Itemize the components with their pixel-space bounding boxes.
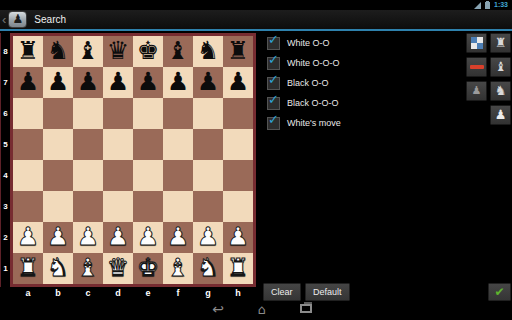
black-pawn-b7: ♟ [43, 67, 73, 98]
checkbox-white-o-o-o[interactable]: ✓ [267, 57, 280, 70]
palette-right: ♜♝♞♟ [490, 33, 511, 125]
knight-piece-icon: ♞ [495, 82, 507, 100]
knight-piece-button[interactable]: ♞ [490, 81, 511, 101]
actionbar-underline [0, 29, 512, 31]
square-c2[interactable]: ♟ [73, 222, 103, 253]
black-king-e8: ♚ [133, 36, 163, 67]
black-queen-d8: ♛ [103, 36, 133, 67]
black-knight-g8: ♞ [193, 36, 223, 67]
square-h2[interactable]: ♟ [223, 222, 253, 253]
action-bar: ‹ ♟ Search [0, 10, 512, 29]
square-c1[interactable]: ♝ [73, 253, 103, 284]
square-e5[interactable] [133, 129, 163, 160]
square-c8[interactable]: ♝ [73, 36, 103, 67]
rank-label-5: 5 [1, 129, 10, 160]
square-d6[interactable] [103, 98, 133, 129]
rank-label-3: 3 [1, 191, 10, 222]
bishop-piece-button[interactable]: ♝ [490, 57, 511, 77]
checkered-board-button[interactable] [466, 33, 487, 53]
black-pawn-h7: ♟ [223, 67, 253, 98]
square-d4[interactable] [103, 160, 133, 191]
square-e7[interactable]: ♟ [133, 67, 163, 98]
file-label-e: e [133, 287, 163, 299]
option-white-o-o-o[interactable]: ✓White O-O-O [267, 53, 341, 73]
square-d3[interactable] [103, 191, 133, 222]
square-h4[interactable] [223, 160, 253, 191]
pawn-piece-button[interactable]: ♟ [490, 105, 511, 125]
white-rook-a1: ♜ [13, 253, 43, 284]
square-h3[interactable] [223, 191, 253, 222]
signal-icon [474, 2, 481, 9]
checkbox-white-o-o[interactable]: ✓ [267, 37, 280, 50]
square-f8[interactable]: ♝ [163, 36, 193, 67]
black-pawn-d7: ♟ [103, 67, 133, 98]
file-label-g: g [193, 287, 223, 299]
square-g2[interactable]: ♟ [193, 222, 223, 253]
square-h6[interactable] [223, 98, 253, 129]
square-a2[interactable]: ♟ [13, 222, 43, 253]
option-label-black-o-o: Black O-O [287, 78, 329, 88]
nav-home-icon[interactable]: ⌂ [252, 302, 272, 317]
pawn-piece-icon: ♟ [495, 106, 507, 124]
square-b5[interactable] [43, 129, 73, 160]
red-bar-icon [470, 65, 484, 69]
checkbox-white-s-move[interactable]: ✓ [267, 117, 280, 130]
black-rook-a8: ♜ [13, 36, 43, 67]
page-title: Search [34, 14, 66, 25]
green-check-icon: ✔ [494, 285, 504, 299]
checkbox-black-o-o[interactable]: ✓ [267, 77, 280, 90]
option-label-white-o-o-o: White O-O-O [287, 58, 340, 68]
checkered-board-icon [471, 37, 483, 49]
square-d1[interactable]: ♛ [103, 253, 133, 284]
white-pawn-f2: ♟ [163, 222, 193, 253]
file-label-b: b [43, 287, 73, 299]
square-a5[interactable] [13, 129, 43, 160]
white-bishop-f1: ♝ [163, 253, 193, 284]
square-h5[interactable] [223, 129, 253, 160]
square-d2[interactable]: ♟ [103, 222, 133, 253]
bishop-piece-icon: ♝ [495, 58, 507, 76]
square-e3[interactable] [133, 191, 163, 222]
gray-piece-button[interactable]: ♟ [466, 81, 487, 101]
square-h1[interactable]: ♜ [223, 253, 253, 284]
square-d5[interactable] [103, 129, 133, 160]
square-b2[interactable]: ♟ [43, 222, 73, 253]
rank-label-2: 2 [1, 222, 10, 253]
white-knight-b1: ♞ [43, 253, 73, 284]
rank-label-8: 8 [1, 36, 10, 67]
checkbox-black-o-o-o[interactable]: ✓ [267, 97, 280, 110]
option-label-white-o-o: White O-O [287, 38, 330, 48]
options-list: ✓White O-O✓White O-O-O✓Black O-O✓Black O… [267, 33, 341, 133]
back-chevron-icon[interactable]: ‹ [2, 10, 6, 29]
square-f3[interactable] [163, 191, 193, 222]
black-knight-b8: ♞ [43, 36, 73, 67]
file-labels: abcdefgh [13, 287, 253, 299]
square-c5[interactable] [73, 129, 103, 160]
option-label-white-s-move: White's move [287, 118, 341, 128]
square-g4[interactable] [193, 160, 223, 191]
square-a6[interactable] [13, 98, 43, 129]
file-label-a: a [13, 287, 43, 299]
checkmark-icon: ✓ [268, 92, 279, 107]
clear-square-button[interactable] [466, 57, 487, 77]
rank-label-4: 4 [1, 160, 10, 191]
option-white-o-o[interactable]: ✓White O-O [267, 33, 341, 53]
nav-back-icon[interactable]: ↩ [208, 301, 228, 317]
rook-piece-button[interactable]: ♜ [490, 33, 511, 53]
board: ♜♞♝♛♚♝♞♜♟♟♟♟♟♟♟♟♟♟♟♟♟♟♟♟♜♞♝♛♚♝♞♜ [10, 33, 256, 287]
file-label-c: c [73, 287, 103, 299]
black-pawn-c7: ♟ [73, 67, 103, 98]
square-f5[interactable] [163, 129, 193, 160]
square-g7[interactable]: ♟ [193, 67, 223, 98]
square-b7[interactable]: ♟ [43, 67, 73, 98]
pawn-logo-icon: ♟ [12, 12, 23, 27]
file-label-d: d [103, 287, 133, 299]
square-f2[interactable]: ♟ [163, 222, 193, 253]
option-white-s-move[interactable]: ✓White's move [267, 113, 341, 133]
clear-button[interactable]: Clear [263, 283, 301, 301]
status-bar: 1:33 [0, 0, 512, 10]
option-label-black-o-o-o: Black O-O-O [287, 98, 339, 108]
square-h7[interactable]: ♟ [223, 67, 253, 98]
square-a7[interactable]: ♟ [13, 67, 43, 98]
checkmark-icon: ✓ [268, 72, 279, 87]
white-pawn-g2: ♟ [193, 222, 223, 253]
file-label-f: f [163, 287, 193, 299]
square-b6[interactable] [43, 98, 73, 129]
square-d8[interactable]: ♛ [103, 36, 133, 67]
square-b8[interactable]: ♞ [43, 36, 73, 67]
rook-piece-icon: ♜ [495, 34, 507, 52]
rank-label-1: 1 [1, 253, 10, 284]
white-pawn-c2: ♟ [73, 222, 103, 253]
square-b4[interactable] [43, 160, 73, 191]
file-label-h: h [223, 287, 253, 299]
white-pawn-d2: ♟ [103, 222, 133, 253]
square-c6[interactable] [73, 98, 103, 129]
option-black-o-o-o[interactable]: ✓Black O-O-O [267, 93, 341, 113]
square-c4[interactable] [73, 160, 103, 191]
checkmark-icon: ✓ [268, 52, 279, 67]
square-b3[interactable] [43, 191, 73, 222]
square-c3[interactable] [73, 191, 103, 222]
square-f6[interactable] [163, 98, 193, 129]
square-f1[interactable]: ♝ [163, 253, 193, 284]
white-pawn-e2: ♟ [133, 222, 163, 253]
square-a4[interactable] [13, 160, 43, 191]
square-e2[interactable]: ♟ [133, 222, 163, 253]
confirm-button[interactable]: ✔ [488, 283, 511, 301]
white-pawn-h2: ♟ [223, 222, 253, 253]
gray-pawn-icon: ♟ [472, 82, 482, 100]
black-rook-h8: ♜ [223, 36, 253, 67]
white-rook-h1: ♜ [223, 253, 253, 284]
square-e1[interactable]: ♚ [133, 253, 163, 284]
white-pawn-a2: ♟ [13, 222, 43, 253]
black-pawn-g7: ♟ [193, 67, 223, 98]
square-a8[interactable]: ♜ [13, 36, 43, 67]
square-a3[interactable] [13, 191, 43, 222]
square-d7[interactable]: ♟ [103, 67, 133, 98]
battery-icon [485, 2, 490, 9]
white-pawn-b2: ♟ [43, 222, 73, 253]
nav-recents-icon[interactable] [300, 304, 312, 313]
square-g8[interactable]: ♞ [193, 36, 223, 67]
white-queen-d1: ♛ [103, 253, 133, 284]
clock-text: 1:33 [494, 0, 508, 10]
default-button[interactable]: Default [305, 283, 350, 301]
square-g6[interactable] [193, 98, 223, 129]
square-g1[interactable]: ♞ [193, 253, 223, 284]
rank-label-7: 7 [1, 67, 10, 98]
white-knight-g1: ♞ [193, 253, 223, 284]
rank-label-6: 6 [1, 98, 10, 129]
white-king-e1: ♚ [133, 253, 163, 284]
white-bishop-c1: ♝ [73, 253, 103, 284]
screen: 1:33 ‹ ♟ Search 87654321 ♜♞♝♛♚♝♞♜♟♟♟♟♟♟♟… [0, 0, 512, 320]
square-e4[interactable] [133, 160, 163, 191]
square-g3[interactable] [193, 191, 223, 222]
black-bishop-c8: ♝ [73, 36, 103, 67]
square-e6[interactable] [133, 98, 163, 129]
square-g5[interactable] [193, 129, 223, 160]
checkmark-icon: ✓ [268, 112, 279, 127]
square-f7[interactable]: ♟ [163, 67, 193, 98]
black-bishop-f8: ♝ [163, 36, 193, 67]
square-f4[interactable] [163, 160, 193, 191]
app-icon[interactable]: ♟ [8, 11, 27, 28]
square-a1[interactable]: ♜ [13, 253, 43, 284]
checkmark-icon: ✓ [268, 32, 279, 47]
option-black-o-o[interactable]: ✓Black O-O [267, 73, 341, 93]
square-b1[interactable]: ♞ [43, 253, 73, 284]
black-pawn-a7: ♟ [13, 67, 43, 98]
black-pawn-e7: ♟ [133, 67, 163, 98]
square-e8[interactable]: ♚ [133, 36, 163, 67]
rank-labels: 87654321 [1, 36, 10, 284]
square-h8[interactable]: ♜ [223, 36, 253, 67]
black-pawn-f7: ♟ [163, 67, 193, 98]
palette-left: ♟ [466, 33, 487, 101]
square-c7[interactable]: ♟ [73, 67, 103, 98]
